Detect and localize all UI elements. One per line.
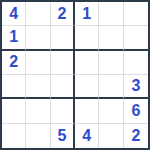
cell-r5c2[interactable] <box>26 99 50 123</box>
cell-r4c5[interactable] <box>99 75 123 99</box>
cell-r4c6[interactable]: 3 <box>124 75 148 99</box>
sudoku-board: 4211236542 <box>0 0 150 150</box>
cell-r6c2[interactable] <box>26 124 50 148</box>
cell-r2c4[interactable] <box>75 26 99 50</box>
cell-r3c5[interactable] <box>99 51 123 75</box>
cell-r1c4[interactable]: 1 <box>75 2 99 26</box>
given-digit: 4 <box>9 6 18 22</box>
cell-r2c5[interactable] <box>99 26 123 50</box>
given-digit: 4 <box>82 128 91 144</box>
cell-r4c1[interactable] <box>2 75 26 99</box>
cell-r6c4[interactable]: 4 <box>75 124 99 148</box>
given-digit: 1 <box>9 29 18 45</box>
cell-r3c2[interactable] <box>26 51 50 75</box>
cell-r5c3[interactable] <box>51 99 75 123</box>
cell-r6c1[interactable] <box>2 124 26 148</box>
given-digit: 1 <box>82 6 91 22</box>
given-digit: 2 <box>131 128 140 144</box>
cell-r5c6[interactable]: 6 <box>124 99 148 123</box>
cell-r1c6[interactable] <box>124 2 148 26</box>
cell-r1c2[interactable] <box>26 2 50 26</box>
given-digit: 5 <box>57 128 66 144</box>
cell-r1c1[interactable]: 4 <box>2 2 26 26</box>
given-digit: 3 <box>131 78 140 94</box>
given-digit: 2 <box>9 54 18 70</box>
given-digit: 6 <box>131 103 140 119</box>
cell-r6c6[interactable]: 2 <box>124 124 148 148</box>
cell-r6c3[interactable]: 5 <box>51 124 75 148</box>
cell-r4c4[interactable] <box>75 75 99 99</box>
cell-r1c5[interactable] <box>99 2 123 26</box>
cell-r5c4[interactable] <box>75 99 99 123</box>
cell-r4c2[interactable] <box>26 75 50 99</box>
cell-r2c6[interactable] <box>124 26 148 50</box>
cell-r2c2[interactable] <box>26 26 50 50</box>
cell-r3c6[interactable] <box>124 51 148 75</box>
cell-r6c5[interactable] <box>99 124 123 148</box>
cell-r5c5[interactable] <box>99 99 123 123</box>
given-digit: 2 <box>57 6 66 22</box>
cell-r5c1[interactable] <box>2 99 26 123</box>
cell-r2c1[interactable]: 1 <box>2 26 26 50</box>
cell-r3c1[interactable]: 2 <box>2 51 26 75</box>
cell-r3c4[interactable] <box>75 51 99 75</box>
cell-r4c3[interactable] <box>51 75 75 99</box>
cell-r2c3[interactable] <box>51 26 75 50</box>
cell-r3c3[interactable] <box>51 51 75 75</box>
cell-r1c3[interactable]: 2 <box>51 2 75 26</box>
